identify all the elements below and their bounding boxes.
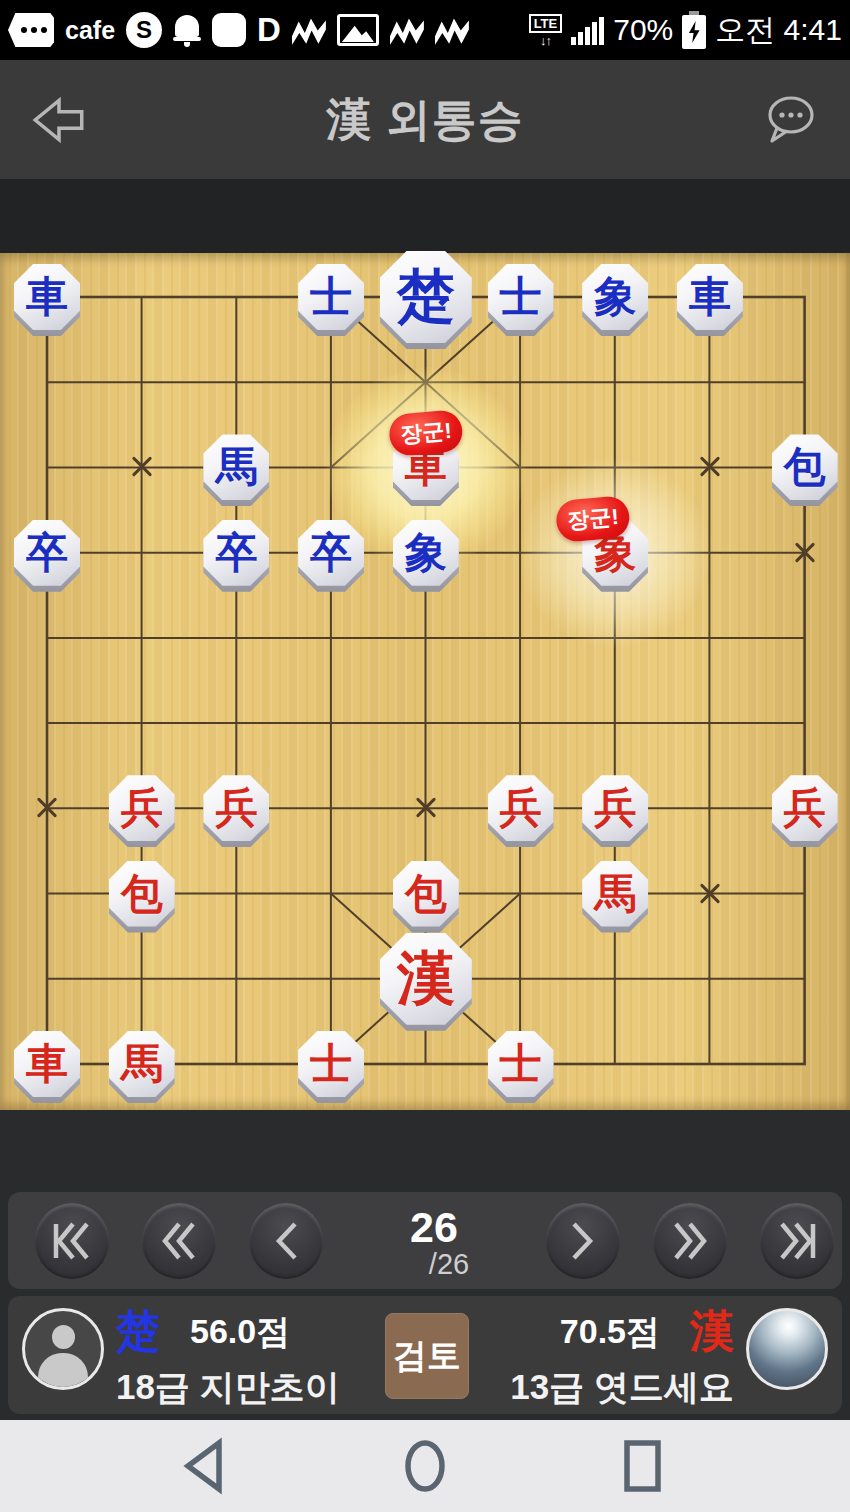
vibrate-icon bbox=[292, 15, 326, 45]
janggi-piece-han[interactable]: 兵 bbox=[203, 775, 269, 841]
point-marker bbox=[790, 538, 820, 568]
left-player-name: 18급 지만초이 bbox=[116, 1364, 382, 1411]
piece-glyph: 包 bbox=[121, 873, 163, 915]
status-bar: cafe S D LTE ↓↑ 70% 오전 4:41 bbox=[0, 0, 850, 60]
current-move-number: 26 bbox=[410, 1206, 458, 1249]
piece-glyph: 象 bbox=[405, 532, 447, 574]
janggi-piece-cho[interactable]: 卒 bbox=[14, 520, 80, 586]
title-bar: 漢 외통승 bbox=[0, 60, 850, 179]
piece-glyph: 士 bbox=[500, 1043, 542, 1085]
piece-glyph: 馬 bbox=[121, 1043, 163, 1085]
janggi-piece-han[interactable]: 兵 bbox=[109, 775, 175, 841]
janggi-piece-cho[interactable]: 象 bbox=[582, 264, 648, 330]
janggi-piece-cho[interactable]: 車 bbox=[677, 264, 743, 330]
gallery-icon bbox=[337, 14, 379, 46]
cho-side-symbol: 楚 bbox=[116, 1308, 160, 1356]
left-player-info: 楚 56.0점 18급 지만초이 bbox=[116, 1308, 382, 1411]
janggi-piece-han[interactable]: 兵 bbox=[488, 775, 554, 841]
janggi-piece-han[interactable]: 兵 bbox=[772, 775, 838, 841]
piece-glyph: 包 bbox=[405, 873, 447, 915]
piece-glyph: 兵 bbox=[594, 787, 636, 829]
janggi-piece-han[interactable]: 包 bbox=[393, 861, 459, 927]
piece-glyph: 馬 bbox=[215, 446, 257, 488]
piece-glyph: 士 bbox=[310, 1043, 352, 1085]
piece-glyph: 兵 bbox=[215, 787, 257, 829]
clock: 오전 4:41 bbox=[715, 10, 842, 51]
right-player-name: 13급 엿드세요 bbox=[510, 1364, 734, 1411]
total-move-number: /26 bbox=[429, 1249, 469, 1281]
janggi-piece-cho[interactable]: 卒 bbox=[203, 520, 269, 586]
page-title: 漢 외통승 bbox=[0, 90, 850, 150]
janggi-piece-cho[interactable]: 士 bbox=[298, 264, 364, 330]
piece-glyph: 車 bbox=[26, 1043, 68, 1085]
previous-move-button[interactable] bbox=[249, 1203, 323, 1279]
janggi-piece-han-king[interactable]: 漢 bbox=[380, 933, 472, 1025]
piece-glyph: 車 bbox=[689, 276, 731, 318]
janggi-piece-han[interactable]: 包 bbox=[109, 861, 175, 927]
left-player-avatar[interactable] bbox=[22, 1308, 104, 1390]
android-back-button[interactable] bbox=[177, 1436, 237, 1496]
next-move-button[interactable] bbox=[546, 1203, 620, 1279]
piece-glyph: 象 bbox=[594, 276, 636, 318]
player-info-bar: 楚 56.0점 18급 지만초이 검토 70.5점 漢 13급 엿드세요 bbox=[8, 1296, 842, 1414]
right-player-info: 70.5점 漢 13급 엿드세요 bbox=[468, 1308, 734, 1411]
app-d-icon: D bbox=[257, 11, 281, 49]
first-move-button[interactable] bbox=[35, 1203, 109, 1279]
janggi-piece-cho[interactable]: 車 bbox=[14, 264, 80, 330]
left-player-score: 56.0점 bbox=[190, 1309, 290, 1355]
android-home-button[interactable] bbox=[395, 1436, 455, 1496]
vibrate-icon bbox=[435, 15, 469, 45]
janggi-board[interactable]: 車士楚士象車馬車장군!包卒卒卒象象장군!兵兵兵兵兵包包馬漢車馬士士 bbox=[0, 253, 850, 1110]
review-button[interactable]: 검토 bbox=[385, 1313, 469, 1399]
back-ten-moves-button[interactable] bbox=[142, 1203, 216, 1279]
piece-glyph: 卒 bbox=[26, 532, 68, 574]
android-recents-button[interactable] bbox=[613, 1436, 673, 1496]
forward-ten-moves-button[interactable] bbox=[653, 1203, 727, 1279]
spacer-bottom bbox=[0, 1110, 850, 1192]
janggi-piece-han[interactable]: 車장군! bbox=[393, 434, 459, 500]
app-screen: cafe S D LTE ↓↑ 70% 오전 4:41 漢 외통승 bbox=[0, 0, 850, 1512]
piece-glyph: 楚 bbox=[397, 268, 455, 326]
vibrate-icon bbox=[390, 15, 424, 45]
piece-glyph: 士 bbox=[310, 276, 352, 318]
piece-glyph: 卒 bbox=[310, 532, 352, 574]
piece-glyph: 車 bbox=[26, 276, 68, 318]
janggi-piece-cho[interactable]: 包 bbox=[772, 434, 838, 500]
piece-glyph: 兵 bbox=[500, 787, 542, 829]
point-marker bbox=[127, 452, 157, 482]
janggi-piece-cho[interactable]: 象 bbox=[393, 520, 459, 586]
last-move-button[interactable] bbox=[760, 1203, 834, 1279]
piece-glyph: 卒 bbox=[215, 532, 257, 574]
signal-strength-icon bbox=[571, 15, 604, 45]
piece-glyph: 士 bbox=[500, 276, 542, 318]
point-marker bbox=[695, 452, 725, 482]
point-marker bbox=[32, 793, 62, 823]
janggi-piece-han[interactable]: 兵 bbox=[582, 775, 648, 841]
app-s-icon: S bbox=[126, 12, 162, 48]
piece-glyph: 包 bbox=[784, 446, 826, 488]
square-notification-icon bbox=[212, 13, 246, 47]
janggi-piece-han[interactable]: 車 bbox=[14, 1031, 80, 1097]
spacer-top bbox=[0, 179, 850, 253]
battery-charging-icon bbox=[682, 11, 706, 49]
chat-button[interactable] bbox=[760, 93, 822, 147]
right-player-avatar[interactable] bbox=[746, 1308, 828, 1390]
android-navigation-bar bbox=[0, 1420, 850, 1512]
han-side-symbol: 漢 bbox=[690, 1308, 734, 1356]
carrier-label: cafe bbox=[65, 16, 115, 45]
pieces-layer: 車士楚士象車馬車장군!包卒卒卒象象장군!兵兵兵兵兵包包馬漢車馬士士 bbox=[0, 253, 850, 1110]
move-counter: 26 /26 bbox=[374, 1206, 494, 1281]
janggi-piece-han[interactable]: 象장군! bbox=[582, 520, 648, 586]
janggi-piece-cho[interactable]: 士 bbox=[488, 264, 554, 330]
right-player-score: 70.5점 bbox=[560, 1309, 660, 1355]
kakao-notification-icon bbox=[8, 13, 54, 47]
janggi-piece-han[interactable]: 士 bbox=[488, 1031, 554, 1097]
piece-glyph: 兵 bbox=[121, 787, 163, 829]
bell-notification-icon bbox=[173, 13, 201, 47]
status-bar-right: LTE ↓↑ 70% 오전 4:41 bbox=[529, 10, 842, 51]
janggi-piece-han[interactable]: 士 bbox=[298, 1031, 364, 1097]
move-navigation-bar: 26 /26 bbox=[8, 1192, 842, 1289]
point-marker bbox=[695, 879, 725, 909]
piece-glyph: 兵 bbox=[784, 787, 826, 829]
janggi-piece-han[interactable]: 馬 bbox=[109, 1031, 175, 1097]
piece-glyph: 漢 bbox=[397, 950, 455, 1008]
janggi-piece-cho[interactable]: 卒 bbox=[298, 520, 364, 586]
janggi-piece-cho-king[interactable]: 楚 bbox=[380, 251, 472, 343]
battery-percent: 70% bbox=[613, 13, 673, 47]
janggi-piece-han[interactable]: 馬 bbox=[582, 861, 648, 927]
lte-icon: LTE ↓↑ bbox=[529, 14, 563, 47]
janggi-piece-cho[interactable]: 馬 bbox=[203, 434, 269, 500]
point-marker bbox=[411, 793, 441, 823]
piece-glyph: 馬 bbox=[594, 873, 636, 915]
